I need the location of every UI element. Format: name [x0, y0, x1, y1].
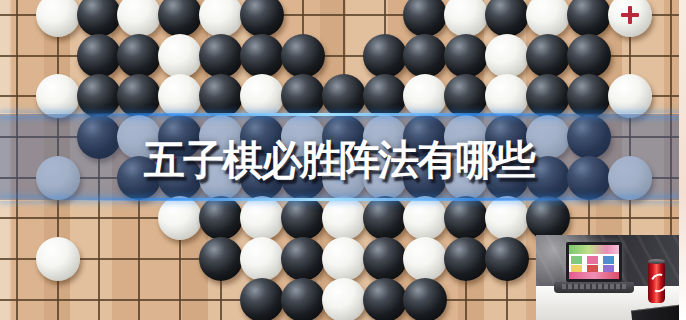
- white-stone-r6c6: [240, 237, 284, 281]
- white-stone-r0c5: [199, 0, 243, 37]
- black-stone-r2c13: [526, 74, 570, 118]
- black-stone-r7c10: [403, 278, 447, 320]
- photo-inset: [536, 235, 679, 320]
- black-stone-r1c7: [281, 34, 325, 78]
- black-stone-r1c14: [567, 34, 611, 78]
- white-stone-r0c11: [444, 0, 488, 37]
- black-stone-r2c14: [567, 74, 611, 118]
- black-stone-r2c9: [363, 74, 407, 118]
- black-stone-r0c4: [158, 0, 202, 37]
- black-stone-r1c2: [77, 34, 121, 78]
- white-stone-r5c10: [403, 196, 447, 240]
- webpage-footer: [569, 272, 619, 279]
- laptop-screen: [566, 242, 622, 282]
- white-stone-r2c15: [608, 74, 652, 118]
- laptop-keyboard: [554, 282, 634, 293]
- webpage-thumbnail: [571, 256, 582, 264]
- black-stone-r7c9: [363, 278, 407, 320]
- black-stone-r0c6: [240, 0, 284, 37]
- white-stone-r6c1: [36, 237, 80, 281]
- black-stone-r2c2: [77, 74, 121, 118]
- soda-can: [648, 261, 665, 303]
- white-stone-r5c12: [485, 196, 529, 240]
- black-stone-r0c2: [77, 0, 121, 37]
- black-stone-r5c9: [363, 196, 407, 240]
- white-stone-r2c4: [158, 74, 202, 118]
- black-stone-r5c7: [281, 196, 325, 240]
- black-stone-r1c6: [240, 34, 284, 78]
- black-stone-r2c5: [199, 74, 243, 118]
- webpage-thumbnail: [587, 256, 598, 264]
- banner-glow-bottom: [0, 198, 686, 201]
- black-stone-r0c14: [567, 0, 611, 37]
- soda-can-lid: [648, 259, 665, 264]
- black-stone-r6c9: [363, 237, 407, 281]
- black-stone-r0c12: [485, 0, 529, 37]
- white-stone-r6c8: [322, 237, 366, 281]
- white-stone-r5c4: [158, 196, 202, 240]
- banner-title: 五子棋必胜阵法有哪些: [144, 133, 534, 188]
- black-stone-r1c5: [199, 34, 243, 78]
- white-stone-r2c12: [485, 74, 529, 118]
- white-stone-r2c6: [240, 74, 284, 118]
- webpage-banner: [569, 245, 619, 254]
- webpage-thumbnail: [603, 256, 614, 264]
- banner-glow-top: [0, 113, 686, 116]
- black-stone-r6c12: [485, 237, 529, 281]
- gomoku-thumbnail: 五子棋必胜阵法有哪些: [0, 0, 686, 320]
- white-stone-r0c3: [117, 0, 161, 37]
- black-stone-r5c11: [444, 196, 488, 240]
- right-edge-strip: [679, 0, 686, 320]
- black-stone-r2c7: [281, 74, 325, 118]
- keyboard-keys: [562, 284, 626, 289]
- black-stone-r2c3: [117, 74, 161, 118]
- white-stone-r7c8: [322, 278, 366, 320]
- black-stone-r1c11: [444, 34, 488, 78]
- white-stone-r0c1: [36, 0, 80, 37]
- white-stone-r6c10: [403, 237, 447, 281]
- white-stone-r2c10: [403, 74, 447, 118]
- white-stone-r5c8: [322, 196, 366, 240]
- black-stone-r0c10: [403, 0, 447, 37]
- black-stone-r1c10: [403, 34, 447, 78]
- black-stone-r5c5: [199, 196, 243, 240]
- black-stone-r2c8: [322, 74, 366, 118]
- black-stone-r7c6: [240, 278, 284, 320]
- white-stone-r5c6: [240, 196, 284, 240]
- last-move-cross-icon: [621, 6, 639, 24]
- laptop-webpage: [569, 245, 619, 279]
- white-stone-r2c1: [36, 74, 80, 118]
- black-stone-r1c13: [526, 34, 570, 78]
- black-stone-r2c11: [444, 74, 488, 118]
- black-stone-r7c7: [281, 278, 325, 320]
- white-stone-r1c4: [158, 34, 202, 78]
- black-stone-r1c3: [117, 34, 161, 78]
- black-stone-r6c5: [199, 237, 243, 281]
- black-stone-r6c11: [444, 237, 488, 281]
- white-stone-r1c12: [485, 34, 529, 78]
- black-stone-r5c13: [526, 196, 570, 240]
- black-stone-r1c9: [363, 34, 407, 78]
- white-stone-r0c13: [526, 0, 570, 37]
- black-stone-r6c7: [281, 237, 325, 281]
- white-stone-r0c15: [608, 0, 652, 37]
